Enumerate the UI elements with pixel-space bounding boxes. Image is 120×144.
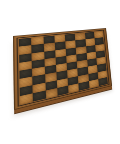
board-square [68,83,79,93]
photo-background [0,0,120,144]
board-square [98,77,108,86]
board-square [89,79,99,88]
board-square [57,85,69,95]
board-square [45,88,57,99]
board-square [33,90,46,101]
board-square [20,93,33,104]
board-square [79,81,90,91]
chessboard [13,28,112,110]
